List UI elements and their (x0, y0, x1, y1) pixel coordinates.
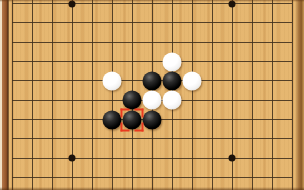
white-stone (103, 71, 122, 90)
board-intersection[interactable] (182, 13, 202, 32)
board-intersection[interactable] (82, 13, 102, 32)
board-intersection[interactable] (242, 33, 262, 52)
board-intersection[interactable] (262, 13, 282, 32)
board-intersection[interactable] (102, 168, 122, 187)
board-intersection[interactable] (122, 129, 142, 148)
board-intersection[interactable] (262, 129, 282, 148)
board-intersection[interactable] (162, 33, 182, 52)
board-intersection[interactable] (222, 52, 242, 71)
board-intersection[interactable] (242, 52, 262, 71)
board-intersection[interactable] (142, 71, 162, 90)
board-intersection[interactable] (22, 149, 42, 168)
board-intersection[interactable] (62, 91, 82, 110)
board-intersection[interactable] (202, 33, 222, 52)
star-point (69, 155, 76, 162)
board-intersection[interactable] (262, 71, 282, 90)
board-intersection[interactable] (82, 149, 102, 168)
board-intersection[interactable] (102, 149, 122, 168)
board-intersection[interactable] (22, 129, 42, 148)
board-intersection[interactable] (242, 110, 262, 129)
board-intersection[interactable] (22, 52, 42, 71)
black-stone (123, 110, 142, 129)
board-intersection[interactable] (122, 91, 142, 110)
board-intersection[interactable] (122, 71, 142, 90)
board-intersection[interactable] (262, 110, 282, 129)
board-intersection[interactable] (62, 129, 82, 148)
board-intersection[interactable] (182, 91, 202, 110)
board-intersection[interactable] (102, 33, 122, 52)
board-intersection[interactable] (142, 129, 162, 148)
board-intersection[interactable] (122, 13, 142, 32)
board-intersection[interactable] (42, 168, 62, 187)
board-intersection[interactable] (82, 33, 102, 52)
board-intersection[interactable] (262, 149, 282, 168)
board-edge-right (295, 0, 304, 190)
white-stone (163, 91, 182, 110)
board-intersection[interactable] (182, 129, 202, 148)
board-intersection[interactable] (82, 110, 102, 129)
board-intersection[interactable] (82, 168, 102, 187)
board-intersection[interactable] (222, 91, 242, 110)
board-intersection[interactable] (222, 71, 242, 90)
board-intersection[interactable] (42, 33, 62, 52)
board-intersection[interactable] (22, 71, 42, 90)
board-intersection[interactable] (102, 13, 122, 32)
board-intersection[interactable] (142, 149, 162, 168)
board-intersection[interactable] (202, 52, 222, 71)
board-intersection[interactable] (102, 52, 122, 71)
board-intersection[interactable] (102, 91, 122, 110)
board-intersection[interactable] (102, 110, 122, 129)
white-stone (183, 71, 202, 90)
board-intersection[interactable] (22, 110, 42, 129)
board-intersection[interactable] (82, 71, 102, 90)
board-intersection[interactable] (162, 168, 182, 187)
board-intersection[interactable] (62, 33, 82, 52)
board-edge-top-shadow (0, 0, 304, 2)
board-intersection[interactable] (162, 110, 182, 129)
board-intersection[interactable] (182, 110, 202, 129)
board-grid (2, 0, 302, 190)
board-intersection[interactable] (62, 110, 82, 129)
board-intersection[interactable] (122, 168, 142, 187)
board-intersection[interactable] (222, 149, 242, 168)
board-intersection[interactable] (242, 168, 262, 187)
board-intersection[interactable] (182, 71, 202, 90)
board-intersection[interactable] (42, 129, 62, 148)
board-intersection[interactable] (222, 110, 242, 129)
board-intersection[interactable] (22, 91, 42, 110)
board-intersection[interactable] (82, 129, 102, 148)
black-stone (123, 91, 142, 110)
star-point (229, 155, 236, 162)
board-intersection[interactable] (222, 129, 242, 148)
board-intersection[interactable] (62, 52, 82, 71)
board-intersection[interactable] (202, 110, 222, 129)
board-intersection[interactable] (262, 168, 282, 187)
board-intersection[interactable] (122, 149, 142, 168)
board-intersection[interactable] (182, 149, 202, 168)
board-intersection[interactable] (242, 13, 262, 32)
board-intersection[interactable] (22, 33, 42, 52)
board-intersection[interactable] (162, 52, 182, 71)
board-intersection[interactable] (242, 129, 262, 148)
board-intersection[interactable] (42, 13, 62, 32)
white-stone (163, 52, 182, 71)
board-intersection[interactable] (182, 168, 202, 187)
white-stone (143, 91, 162, 110)
board-intersection[interactable] (142, 168, 162, 187)
gomoku-board (0, 0, 304, 190)
board-intersection[interactable] (42, 52, 62, 71)
board-intersection[interactable] (42, 91, 62, 110)
black-stone (163, 71, 182, 90)
board-intersection[interactable] (222, 33, 242, 52)
board-intersection[interactable] (222, 168, 242, 187)
board-intersection[interactable] (122, 110, 142, 129)
board-intersection[interactable] (242, 71, 262, 90)
black-stone (143, 71, 162, 90)
board-intersection[interactable] (142, 52, 162, 71)
board-intersection[interactable] (162, 13, 182, 32)
board-intersection[interactable] (142, 13, 162, 32)
board-intersection[interactable] (202, 13, 222, 32)
board-intersection[interactable] (142, 110, 162, 129)
board-edge-left (0, 0, 9, 190)
board-intersection[interactable] (202, 168, 222, 187)
board-intersection[interactable] (122, 52, 142, 71)
board-intersection[interactable] (202, 129, 222, 148)
board-intersection[interactable] (22, 13, 42, 32)
board-intersection[interactable] (82, 91, 102, 110)
board-intersection[interactable] (242, 149, 262, 168)
board-intersection[interactable] (202, 91, 222, 110)
board-intersection[interactable] (162, 91, 182, 110)
board-intersection[interactable] (102, 129, 122, 148)
board-intersection[interactable] (202, 149, 222, 168)
board-intersection[interactable] (182, 52, 202, 71)
board-edge-bottom-shadow (0, 187, 304, 190)
board-intersection[interactable] (62, 168, 82, 187)
board-intersection[interactable] (142, 91, 162, 110)
board-intersection[interactable] (202, 71, 222, 90)
board-intersection[interactable] (262, 91, 282, 110)
board-intersection[interactable] (262, 33, 282, 52)
board-intersection[interactable] (162, 71, 182, 90)
board-intersection[interactable] (222, 13, 242, 32)
board-intersection[interactable] (42, 71, 62, 90)
board-intersection[interactable] (242, 91, 262, 110)
board-intersection[interactable] (162, 149, 182, 168)
board-intersection[interactable] (142, 33, 162, 52)
board-intersection[interactable] (122, 33, 142, 52)
board-intersection[interactable] (262, 52, 282, 71)
board-intersection[interactable] (62, 13, 82, 32)
board-intersection[interactable] (182, 33, 202, 52)
board-intersection[interactable] (82, 52, 102, 71)
board-intersection[interactable] (102, 71, 122, 90)
board-intersection[interactable] (62, 149, 82, 168)
black-stone (143, 110, 162, 129)
board-intersection[interactable] (42, 110, 62, 129)
black-stone (103, 110, 122, 129)
board-intersection[interactable] (22, 168, 42, 187)
board-intersection[interactable] (62, 71, 82, 90)
board-intersection[interactable] (162, 129, 182, 148)
board-intersection[interactable] (42, 149, 62, 168)
